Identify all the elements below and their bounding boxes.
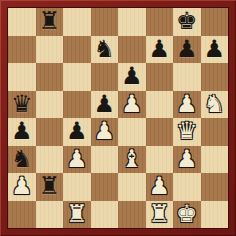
square-f6[interactable] [146,63,174,91]
piece-black-P-c4[interactable]: ♟ [66,118,88,145]
piece-white-P-g3[interactable]: ♟ [176,146,198,173]
square-b2[interactable]: ♜ [36,173,64,201]
square-c5[interactable] [63,91,91,119]
square-h8[interactable] [201,8,229,36]
square-g6[interactable] [173,63,201,91]
square-g3[interactable]: ♟ [173,146,201,174]
piece-black-K-g8[interactable]: ♚ [176,8,198,35]
piece-black-P-a4[interactable]: ♟ [11,118,33,145]
square-a6[interactable] [8,63,36,91]
square-g7[interactable]: ♟ [173,36,201,64]
square-d1[interactable] [91,201,119,229]
square-a4[interactable]: ♟ [8,118,36,146]
square-a1[interactable] [8,201,36,229]
piece-white-R-c1[interactable]: ♜ [66,201,88,228]
chess-board: ♜♚♞♟♟♟♟♛♟♟♟♞♟♟♟♛♞♟♝♟♟♜♟♜♜♚ [8,8,228,228]
square-b5[interactable] [36,91,64,119]
square-b1[interactable] [36,201,64,229]
square-b3[interactable] [36,146,64,174]
square-h1[interactable] [201,201,229,229]
square-b8[interactable]: ♜ [36,8,64,36]
square-a5[interactable]: ♛ [8,91,36,119]
square-h2[interactable] [201,173,229,201]
square-c8[interactable] [63,8,91,36]
piece-black-R-b8[interactable]: ♜ [38,8,60,35]
square-e3[interactable]: ♝ [118,146,146,174]
piece-black-P-h7[interactable]: ♟ [203,36,225,63]
square-g4[interactable]: ♛ [173,118,201,146]
square-h4[interactable] [201,118,229,146]
square-c6[interactable] [63,63,91,91]
square-a7[interactable] [8,36,36,64]
square-g8[interactable]: ♚ [173,8,201,36]
square-g1[interactable]: ♚ [173,201,201,229]
piece-white-P-c3[interactable]: ♟ [66,146,88,173]
piece-black-P-f7[interactable]: ♟ [148,36,170,63]
square-c1[interactable]: ♜ [63,201,91,229]
square-a8[interactable] [8,8,36,36]
piece-white-B-e3[interactable]: ♝ [121,146,143,173]
square-h7[interactable]: ♟ [201,36,229,64]
square-b6[interactable] [36,63,64,91]
square-f8[interactable] [146,8,174,36]
square-d7[interactable]: ♞ [91,36,119,64]
square-f3[interactable] [146,146,174,174]
square-e6[interactable]: ♟ [118,63,146,91]
square-h5[interactable]: ♞ [201,91,229,119]
square-f2[interactable]: ♟ [146,173,174,201]
square-d8[interactable] [91,8,119,36]
square-d5[interactable]: ♟ [91,91,119,119]
square-f5[interactable] [146,91,174,119]
piece-black-Q-a5[interactable]: ♛ [11,91,33,118]
square-e8[interactable] [118,8,146,36]
square-c7[interactable] [63,36,91,64]
piece-white-N-h5[interactable]: ♞ [203,91,225,118]
square-b7[interactable] [36,36,64,64]
square-d6[interactable] [91,63,119,91]
square-e5[interactable]: ♟ [118,91,146,119]
square-e1[interactable] [118,201,146,229]
square-e2[interactable] [118,173,146,201]
piece-black-R-b2[interactable]: ♜ [38,173,60,200]
square-f1[interactable]: ♜ [146,201,174,229]
piece-white-K-g1[interactable]: ♚ [176,201,198,228]
piece-black-P-d5[interactable]: ♟ [93,91,115,118]
square-f7[interactable]: ♟ [146,36,174,64]
square-c4[interactable]: ♟ [63,118,91,146]
square-d2[interactable] [91,173,119,201]
square-a2[interactable]: ♟ [8,173,36,201]
piece-white-P-d4[interactable]: ♟ [93,118,115,145]
square-c3[interactable]: ♟ [63,146,91,174]
square-f4[interactable] [146,118,174,146]
square-b4[interactable] [36,118,64,146]
piece-white-P-e5[interactable]: ♟ [121,91,143,118]
piece-white-P-g5[interactable]: ♟ [176,91,198,118]
square-g5[interactable]: ♟ [173,91,201,119]
piece-black-N-a3[interactable]: ♞ [11,146,33,173]
piece-black-P-e6[interactable]: ♟ [121,63,143,90]
piece-white-P-a2[interactable]: ♟ [11,173,33,200]
square-a3[interactable]: ♞ [8,146,36,174]
square-g2[interactable] [173,173,201,201]
square-d3[interactable] [91,146,119,174]
square-e7[interactable] [118,36,146,64]
square-h3[interactable] [201,146,229,174]
square-d4[interactable]: ♟ [91,118,119,146]
piece-white-P-f2[interactable]: ♟ [148,173,170,200]
piece-black-P-g7[interactable]: ♟ [176,36,198,63]
piece-black-N-d7[interactable]: ♞ [93,36,115,63]
square-h6[interactable] [201,63,229,91]
board-frame: ♜♚♞♟♟♟♟♛♟♟♟♞♟♟♟♛♞♟♝♟♟♜♟♜♜♚ [0,0,236,236]
piece-white-R-f1[interactable]: ♜ [148,201,170,228]
square-e4[interactable] [118,118,146,146]
square-c2[interactable] [63,173,91,201]
piece-white-Q-g4[interactable]: ♛ [176,118,198,145]
